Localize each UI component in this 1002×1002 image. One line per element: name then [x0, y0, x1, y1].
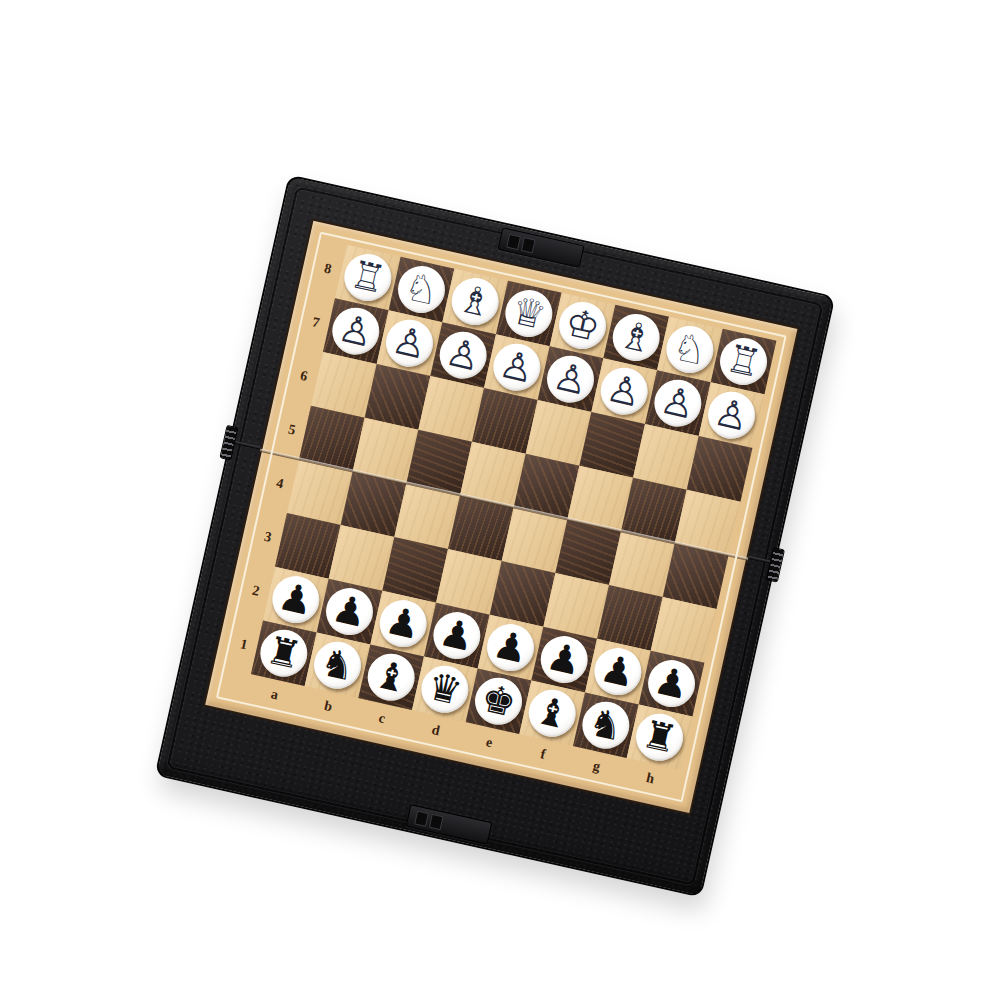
piece-white-pawn-c7: ♙: [435, 327, 491, 383]
piece-white-king-e8: ♔: [554, 297, 610, 353]
bottom-latch: [405, 804, 492, 845]
white-bishop-glyph: ♗: [616, 314, 658, 359]
white-pawn-glyph: ♙: [443, 332, 485, 377]
black-rook-glyph: ♜: [263, 630, 305, 675]
white-pawn-glyph: ♙: [335, 308, 377, 353]
black-knight-glyph: ♞: [317, 642, 359, 687]
white-knight-glyph: ♘: [669, 326, 711, 371]
black-pawn-glyph: ♟: [436, 612, 478, 657]
piece-black-queen-d1: ♛: [417, 661, 473, 717]
piece-white-knight-g8: ♘: [662, 321, 718, 377]
piece-white-bishop-f8: ♗: [608, 309, 664, 365]
latch-slot: [414, 811, 429, 827]
white-bishop-glyph: ♗: [455, 278, 497, 323]
piece-white-bishop-c8: ♗: [447, 273, 503, 329]
black-pawn-glyph: ♟: [490, 624, 532, 669]
piece-white-pawn-f7: ♙: [596, 363, 652, 419]
board-panel: ♖♘♗♕♔♗♘♖♙♙♙♙♙♙♙♙♟♟♟♟♟♟♟♟♜♞♝♛♚♝♞♜ 8765432…: [203, 218, 800, 815]
white-queen-glyph: ♕: [508, 290, 550, 335]
black-pawn-glyph: ♟: [383, 600, 425, 645]
white-pawn-glyph: ♙: [496, 344, 538, 389]
piece-white-pawn-b7: ♙: [381, 315, 437, 371]
black-pawn-glyph: ♟: [651, 660, 693, 705]
case-fold-split-left: [231, 440, 261, 449]
black-pawn-glyph: ♟: [597, 648, 639, 693]
latch-slot: [429, 814, 444, 830]
white-rook-glyph: ♖: [347, 254, 389, 299]
latch-slot: [506, 234, 521, 250]
white-pawn-glyph: ♙: [550, 356, 592, 401]
piece-black-bishop-c1: ♝: [363, 649, 419, 705]
piece-white-rook-h8: ♖: [715, 333, 771, 389]
piece-white-pawn-g7: ♙: [650, 375, 706, 431]
piece-white-queen-d8: ♕: [501, 285, 557, 341]
product-photo-scene: ♖♘♗♕♔♗♘♖♙♙♙♙♙♙♙♙♟♟♟♟♟♟♟♟♜♞♝♛♚♝♞♜ 8765432…: [0, 0, 1002, 1002]
black-king-glyph: ♚: [478, 678, 520, 723]
folding-chess-case: ♖♘♗♕♔♗♘♖♙♙♙♙♙♙♙♙♟♟♟♟♟♟♟♟♜♞♝♛♚♝♞♜ 8765432…: [155, 174, 836, 897]
piece-black-knight-g1: ♞: [578, 697, 634, 753]
black-pawn-glyph: ♟: [544, 636, 586, 681]
piece-black-pawn-e2: ♟: [482, 620, 538, 676]
white-pawn-glyph: ♙: [657, 380, 699, 425]
white-pawn-glyph: ♙: [389, 320, 431, 365]
piece-black-pawn-c2: ♟: [375, 596, 431, 652]
piece-white-pawn-d7: ♙: [489, 339, 545, 395]
black-bishop-glyph: ♝: [371, 654, 413, 699]
white-pawn-glyph: ♙: [711, 392, 753, 437]
piece-black-bishop-f1: ♝: [524, 685, 580, 741]
piece-white-rook-a8: ♖: [340, 249, 396, 305]
piece-white-pawn-e7: ♙: [542, 351, 598, 407]
piece-black-pawn-f2: ♟: [536, 632, 592, 688]
piece-black-pawn-a2: ♟: [268, 572, 324, 628]
white-rook-glyph: ♖: [723, 338, 765, 383]
white-king-glyph: ♔: [562, 302, 604, 347]
piece-black-pawn-d2: ♟: [429, 608, 485, 664]
piece-black-pawn-h2: ♟: [644, 656, 700, 712]
piece-black-pawn-b2: ♟: [321, 584, 377, 640]
right-hinge: [766, 547, 785, 583]
piece-black-pawn-g2: ♟: [590, 644, 646, 700]
black-rook-glyph: ♜: [639, 714, 681, 759]
piece-black-knight-b1: ♞: [309, 637, 365, 693]
white-knight-glyph: ♘: [401, 266, 443, 311]
piece-white-knight-b8: ♘: [393, 261, 449, 317]
black-bishop-glyph: ♝: [532, 690, 574, 735]
piece-black-king-e1: ♚: [470, 673, 526, 729]
black-queen-glyph: ♛: [424, 666, 466, 711]
black-pawn-glyph: ♟: [275, 576, 317, 621]
piece-white-pawn-h7: ♙: [703, 387, 759, 443]
white-pawn-glyph: ♙: [604, 368, 646, 413]
black-pawn-glyph: ♟: [329, 588, 371, 633]
piece-white-pawn-a7: ♙: [328, 303, 384, 359]
piece-black-rook-a1: ♜: [256, 625, 312, 681]
black-knight-glyph: ♞: [585, 702, 627, 747]
piece-black-rook-h1: ♜: [632, 709, 688, 765]
latch-slot: [521, 237, 536, 253]
